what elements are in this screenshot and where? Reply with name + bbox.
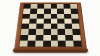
photo-background	[0, 0, 100, 56]
board-side-edge	[12, 48, 88, 52]
square	[42, 40, 50, 46]
square	[34, 40, 42, 46]
square	[58, 40, 66, 46]
square	[50, 40, 58, 46]
square	[27, 40, 35, 46]
chessboard-grid	[19, 4, 81, 46]
square	[19, 40, 27, 46]
chessboard	[14, 2, 87, 50]
square	[65, 40, 73, 46]
square	[73, 40, 81, 46]
